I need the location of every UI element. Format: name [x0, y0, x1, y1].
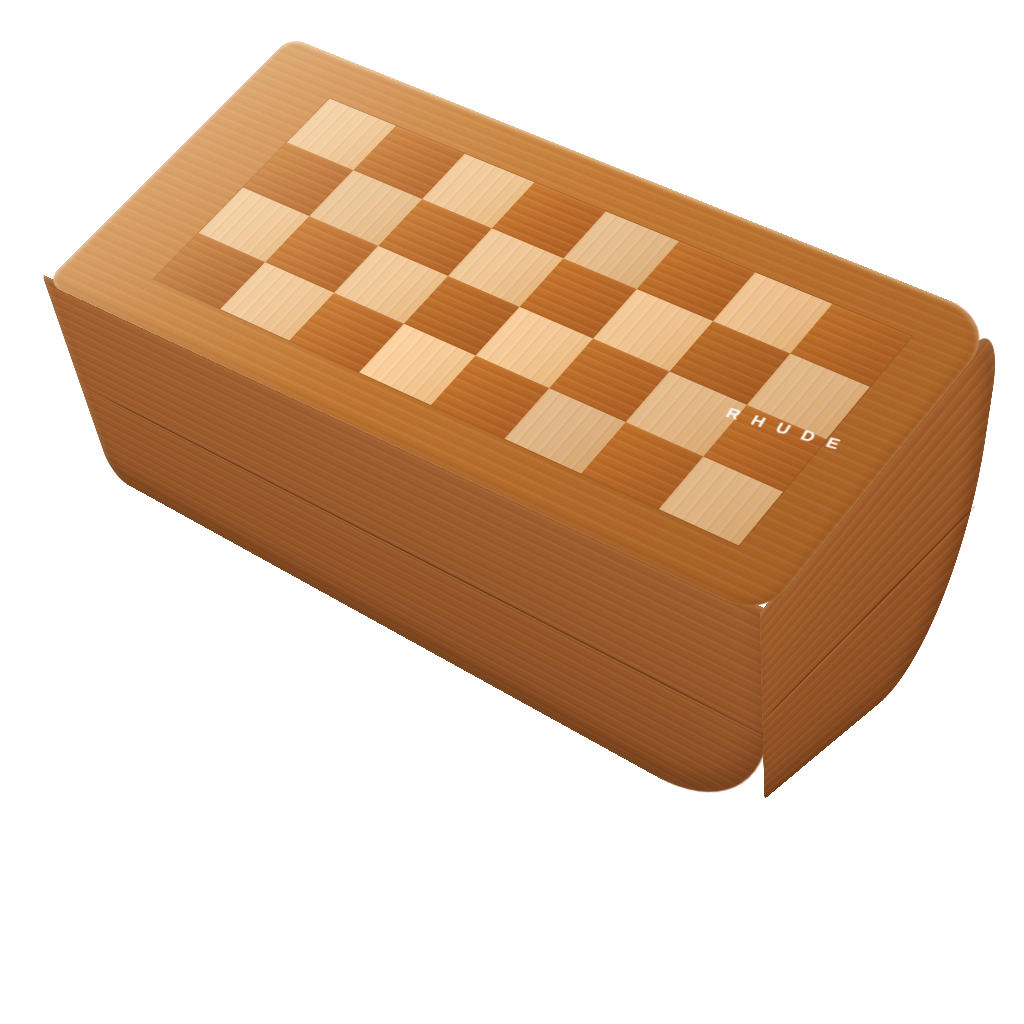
product-photo-stage: RHUDE: [0, 0, 1024, 1024]
